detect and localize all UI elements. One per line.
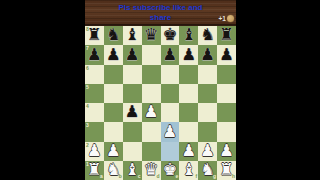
banner-title: Pls subscribe like and share [85, 0, 236, 22]
square-d7[interactable] [142, 45, 161, 64]
square-c2[interactable] [123, 142, 142, 161]
rank-label-2: 2 [86, 143, 89, 148]
square-h4[interactable] [217, 103, 236, 122]
black-bishop: ♝ [179, 26, 198, 45]
black-knight: ♞ [104, 26, 123, 45]
banner-title-line1: Pls subscribe like and [118, 3, 202, 12]
white-pawn: ♟ [198, 142, 217, 161]
white-knight: ♞ [198, 161, 217, 180]
black-pawn: ♟ [217, 45, 236, 64]
square-a3[interactable]: 3 [85, 122, 104, 141]
square-b4[interactable] [104, 103, 123, 122]
square-g1[interactable]: g♞ [198, 161, 217, 180]
square-f6[interactable] [179, 65, 198, 84]
captured-piece-icon [227, 15, 234, 22]
white-bishop: ♝ [123, 161, 142, 180]
chess-board: 8♜♞♝♛♚♝♞♜7♟♟♟♟♟♟♟654♟♟3♟2♟♟♟♟♟1a♜b♞c♝d♛e… [85, 26, 236, 180]
square-b7[interactable]: ♟ [104, 45, 123, 64]
banner: Pls subscribe like and share +1 [85, 0, 236, 26]
white-pawn: ♟ [217, 142, 236, 161]
rank-label-7: 7 [86, 46, 89, 51]
square-f2[interactable]: ♟ [179, 142, 198, 161]
square-b6[interactable] [104, 65, 123, 84]
square-h7[interactable]: ♟ [217, 45, 236, 64]
square-a7[interactable]: 7♟ [85, 45, 104, 64]
white-king: ♚ [161, 161, 180, 180]
square-d5[interactable] [142, 84, 161, 103]
white-pawn: ♟ [161, 122, 180, 141]
square-h6[interactable] [217, 65, 236, 84]
square-b3[interactable] [104, 122, 123, 141]
file-label-f: f [196, 174, 198, 179]
white-pawn: ♟ [142, 103, 161, 122]
square-a6[interactable]: 6 [85, 65, 104, 84]
square-c3[interactable] [123, 122, 142, 141]
square-e8[interactable]: ♚ [161, 26, 180, 45]
square-e5[interactable] [161, 84, 180, 103]
square-g5[interactable] [198, 84, 217, 103]
square-g4[interactable] [198, 103, 217, 122]
square-a8[interactable]: 8♜ [85, 26, 104, 45]
square-b8[interactable]: ♞ [104, 26, 123, 45]
square-e4[interactable] [161, 103, 180, 122]
square-f3[interactable] [179, 122, 198, 141]
white-rook: ♜ [85, 161, 104, 180]
app-content: Pls subscribe like and share +1 8♜♞♝♛♚♝♞… [85, 0, 236, 180]
white-pawn: ♟ [85, 142, 104, 161]
file-label-e: e [176, 174, 179, 179]
rank-label-1: 1 [86, 162, 89, 167]
material-advantage-badge: +1 [219, 15, 226, 22]
rank-label-4: 4 [86, 104, 89, 109]
square-d2[interactable] [142, 142, 161, 161]
banner-title-line2: share [150, 13, 171, 22]
square-d8[interactable]: ♛ [142, 26, 161, 45]
rank-label-5: 5 [86, 85, 89, 90]
file-label-b: b [119, 174, 122, 179]
square-h1[interactable]: h♜ [217, 161, 236, 180]
square-b5[interactable] [104, 84, 123, 103]
black-pawn: ♟ [123, 103, 142, 122]
square-d4[interactable]: ♟ [142, 103, 161, 122]
file-label-d: d [156, 174, 159, 179]
white-rook: ♜ [217, 161, 236, 180]
file-label-h: h [232, 174, 235, 179]
black-pawn: ♟ [85, 45, 104, 64]
square-b1[interactable]: b♞ [104, 161, 123, 180]
black-rook: ♜ [217, 26, 236, 45]
square-c1[interactable]: c♝ [123, 161, 142, 180]
square-e6[interactable] [161, 65, 180, 84]
file-label-g: g [213, 174, 216, 179]
square-f7[interactable]: ♟ [179, 45, 198, 64]
square-h2[interactable]: ♟ [217, 142, 236, 161]
black-pawn: ♟ [123, 45, 142, 64]
square-b2[interactable]: ♟ [104, 142, 123, 161]
black-rook: ♜ [85, 26, 104, 45]
file-label-c: c [138, 174, 141, 179]
square-d3[interactable] [142, 122, 161, 141]
white-pawn: ♟ [104, 142, 123, 161]
white-knight: ♞ [104, 161, 123, 180]
square-g7[interactable]: ♟ [198, 45, 217, 64]
black-pawn: ♟ [179, 45, 198, 64]
white-bishop: ♝ [179, 161, 198, 180]
square-g3[interactable] [198, 122, 217, 141]
square-e2[interactable] [161, 142, 180, 161]
square-d1[interactable]: d♛ [142, 161, 161, 180]
black-pawn: ♟ [161, 45, 180, 64]
square-c6[interactable] [123, 65, 142, 84]
material-badge-group: +1 [219, 15, 234, 22]
square-g6[interactable] [198, 65, 217, 84]
square-a4[interactable]: 4 [85, 103, 104, 122]
square-g8[interactable]: ♞ [198, 26, 217, 45]
square-f8[interactable]: ♝ [179, 26, 198, 45]
black-bishop: ♝ [123, 26, 142, 45]
rank-label-3: 3 [86, 123, 89, 128]
white-pawn: ♟ [179, 142, 198, 161]
square-f5[interactable] [179, 84, 198, 103]
file-label-a: a [100, 174, 103, 179]
black-king: ♚ [161, 26, 180, 45]
left-letterbox [0, 0, 85, 180]
right-letterbox [236, 0, 320, 180]
square-e7[interactable]: ♟ [161, 45, 180, 64]
square-h5[interactable] [217, 84, 236, 103]
square-a2[interactable]: 2♟ [85, 142, 104, 161]
square-c5[interactable] [123, 84, 142, 103]
square-d6[interactable] [142, 65, 161, 84]
square-c8[interactable]: ♝ [123, 26, 142, 45]
square-e3[interactable]: ♟ [161, 122, 180, 141]
square-e1[interactable]: e♚ [161, 161, 180, 180]
square-a5[interactable]: 5 [85, 84, 104, 103]
square-f4[interactable] [179, 103, 198, 122]
black-pawn: ♟ [104, 45, 123, 64]
black-pawn: ♟ [198, 45, 217, 64]
square-a1[interactable]: 1a♜ [85, 161, 104, 180]
white-queen: ♛ [142, 161, 161, 180]
square-c7[interactable]: ♟ [123, 45, 142, 64]
square-h3[interactable] [217, 122, 236, 141]
square-h8[interactable]: ♜ [217, 26, 236, 45]
black-knight: ♞ [198, 26, 217, 45]
square-g2[interactable]: ♟ [198, 142, 217, 161]
rank-label-8: 8 [86, 27, 89, 32]
rank-label-6: 6 [86, 66, 89, 71]
video-frame: Pls subscribe like and share +1 8♜♞♝♛♚♝♞… [0, 0, 320, 180]
black-queen: ♛ [142, 26, 161, 45]
square-f1[interactable]: f♝ [179, 161, 198, 180]
square-c4[interactable]: ♟ [123, 103, 142, 122]
